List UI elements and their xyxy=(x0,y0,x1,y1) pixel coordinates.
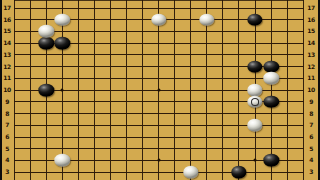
row-label-left-14: 14 xyxy=(1,40,13,46)
star-point xyxy=(157,89,160,92)
row-label-left-5: 5 xyxy=(1,146,13,152)
row-label-left-6: 6 xyxy=(1,134,13,140)
white-stone-R11[interactable] xyxy=(263,72,278,84)
grid-line-horizontal-cropped xyxy=(14,0,304,1)
grid-line-horizontal xyxy=(14,137,304,138)
row-label-right-15: 15 xyxy=(305,28,317,34)
white-stone-K16[interactable] xyxy=(151,14,166,26)
white-stone-Q9[interactable] xyxy=(247,96,262,108)
row-label-left-17: 17 xyxy=(1,5,13,11)
star-point xyxy=(157,159,160,162)
white-stone-D4[interactable] xyxy=(55,154,70,166)
black-stone-R9[interactable] xyxy=(263,96,278,108)
row-label-right-3: 3 xyxy=(305,169,317,175)
row-label-left-9: 9 xyxy=(1,99,13,105)
row-label-right-6: 6 xyxy=(305,134,317,140)
white-stone-D16[interactable] xyxy=(55,14,70,26)
grid-line-horizontal xyxy=(14,31,304,32)
white-stone-Q10[interactable] xyxy=(247,84,262,96)
row-label-right-13: 13 xyxy=(305,52,317,58)
black-stone-P3[interactable] xyxy=(231,166,246,178)
grid-line-horizontal xyxy=(14,78,304,79)
go-board[interactable]: 1717161615151414131312121111101099887766… xyxy=(0,0,320,180)
row-label-right-8: 8 xyxy=(305,111,317,117)
row-label-left-4: 4 xyxy=(1,157,13,163)
row-label-left-13: 13 xyxy=(1,52,13,58)
row-label-right-10: 10 xyxy=(305,87,317,93)
white-stone-M3[interactable] xyxy=(183,166,198,178)
black-stone-R4[interactable] xyxy=(263,154,278,166)
row-label-right-14: 14 xyxy=(305,40,317,46)
grid-line-horizontal xyxy=(14,113,304,114)
last-move-circle-marker xyxy=(251,98,260,106)
row-label-right-9: 9 xyxy=(305,99,317,105)
black-stone-Q12[interactable] xyxy=(247,60,262,72)
row-label-right-5: 5 xyxy=(305,146,317,152)
row-label-left-10: 10 xyxy=(1,87,13,93)
grid-line-horizontal xyxy=(14,54,304,55)
row-label-left-3: 3 xyxy=(1,169,13,175)
white-stone-N16[interactable] xyxy=(199,14,214,26)
row-label-right-7: 7 xyxy=(305,122,317,128)
row-label-left-7: 7 xyxy=(1,122,13,128)
black-stone-R12[interactable] xyxy=(263,60,278,72)
row-label-right-12: 12 xyxy=(305,64,317,70)
row-label-right-11: 11 xyxy=(305,75,317,81)
left-edge-bar xyxy=(0,0,2,180)
white-stone-Q7[interactable] xyxy=(247,119,262,131)
row-label-left-15: 15 xyxy=(1,28,13,34)
black-stone-C14[interactable] xyxy=(38,37,53,49)
row-label-right-17: 17 xyxy=(305,5,317,11)
star-point xyxy=(254,159,257,162)
row-label-left-8: 8 xyxy=(1,111,13,117)
row-label-left-16: 16 xyxy=(1,17,13,23)
white-stone-C15[interactable] xyxy=(38,25,53,37)
black-stone-D14[interactable] xyxy=(55,37,70,49)
row-label-left-11: 11 xyxy=(1,75,13,81)
black-stone-Q16[interactable] xyxy=(247,14,262,26)
grid-line-horizontal xyxy=(14,8,304,9)
star-point xyxy=(61,89,64,92)
grid-line-horizontal xyxy=(14,172,304,173)
grid-line-horizontal xyxy=(14,148,304,149)
row-label-left-12: 12 xyxy=(1,64,13,70)
black-stone-C10[interactable] xyxy=(38,84,53,96)
row-label-right-16: 16 xyxy=(305,17,317,23)
row-label-right-4: 4 xyxy=(305,157,317,163)
